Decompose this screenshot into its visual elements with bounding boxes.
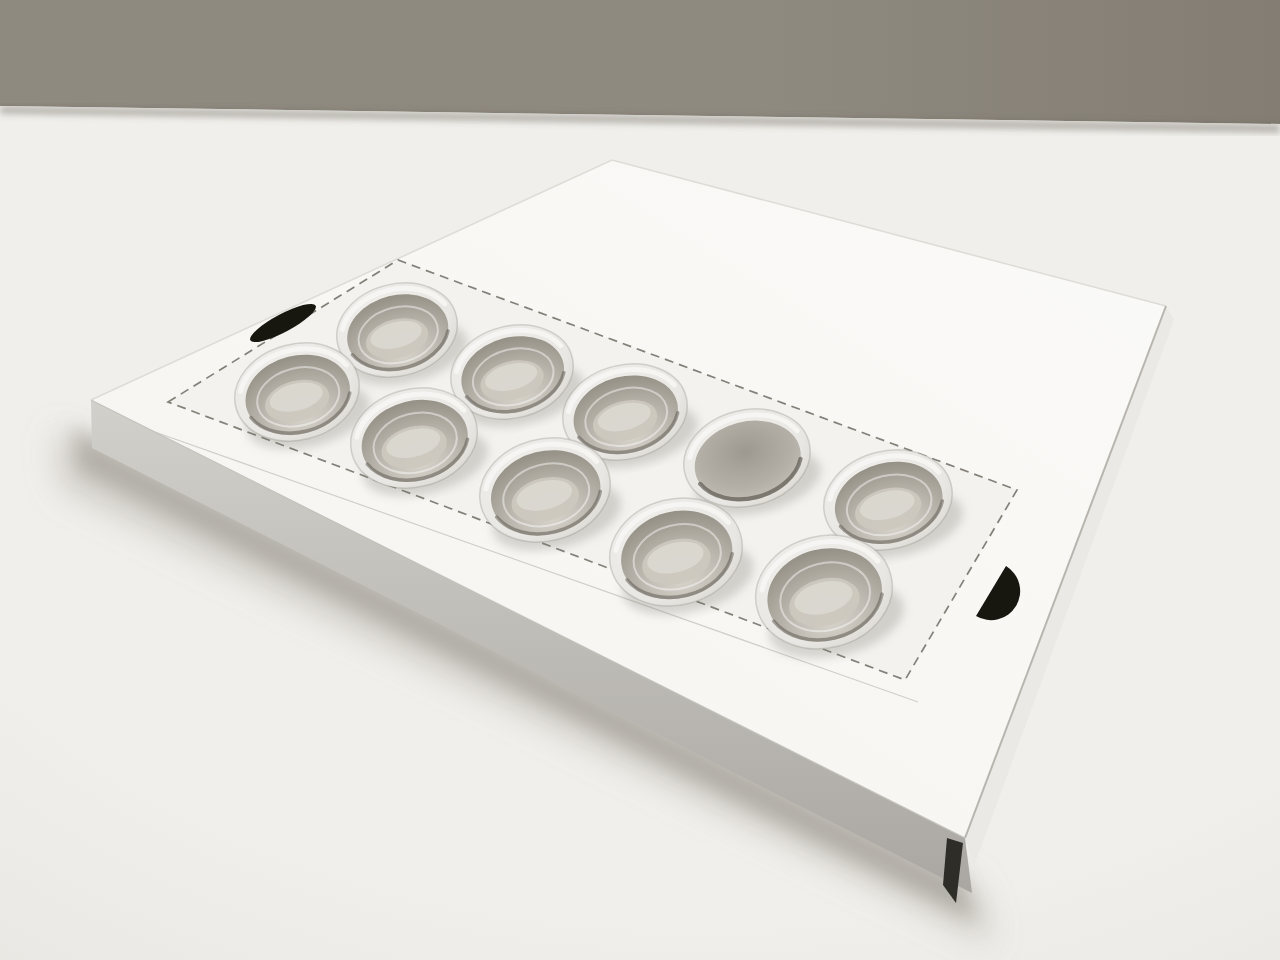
scene <box>0 0 1280 960</box>
wall <box>0 0 1280 124</box>
mancala-tray-photo <box>0 0 1280 960</box>
